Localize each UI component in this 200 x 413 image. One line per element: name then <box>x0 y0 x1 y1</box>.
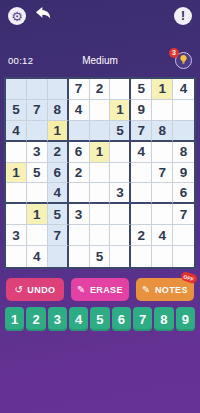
back-button[interactable] <box>34 6 52 26</box>
cell-r9c1[interactable] <box>6 246 27 267</box>
cell-r5c5[interactable] <box>90 163 111 184</box>
cell-r5c9[interactable]: 9 <box>173 163 194 184</box>
alert-button[interactable]: ! <box>174 7 192 25</box>
cell-r2c1[interactable]: 5 <box>6 100 27 121</box>
cell-r7c7[interactable] <box>131 204 152 225</box>
cell-r4c4[interactable]: 6 <box>69 142 90 163</box>
numpad-button-7[interactable]: 7 <box>133 307 152 331</box>
cell-r4c6[interactable] <box>110 142 131 163</box>
cell-r1c2[interactable] <box>27 79 48 100</box>
numpad-button-2[interactable]: 2 <box>26 307 45 331</box>
cell-r6c5[interactable] <box>90 183 111 204</box>
settings-button[interactable]: ⚙ <box>8 7 26 25</box>
cell-r4c8[interactable] <box>152 142 173 163</box>
cell-r7c2[interactable]: 1 <box>27 204 48 225</box>
cell-r5c4[interactable]: 2 <box>69 163 90 184</box>
status-bar: 00:12 Medium 3 <box>0 51 200 69</box>
cell-r3c6[interactable]: 5 <box>110 121 131 142</box>
undo-button[interactable]: ↺ UNDO <box>6 278 64 301</box>
cell-r6c2[interactable] <box>27 183 48 204</box>
cell-r6c8[interactable] <box>152 183 173 204</box>
cell-r7c4[interactable]: 3 <box>69 204 90 225</box>
cell-r1c1[interactable] <box>6 79 27 100</box>
cell-r9c9[interactable] <box>173 246 194 267</box>
cell-r2c9[interactable] <box>173 100 194 121</box>
number-pad: 123456789 <box>0 307 200 331</box>
cell-r3c1[interactable]: 4 <box>6 121 27 142</box>
action-buttons-row: ↺ UNDO ✎ ERASE ✎ NOTES OFF <box>0 278 200 301</box>
undo-label: UNDO <box>27 285 55 295</box>
cell-r7c1[interactable] <box>6 204 27 225</box>
cell-r8c7[interactable]: 2 <box>131 225 152 246</box>
numpad-button-4[interactable]: 4 <box>69 307 88 331</box>
cell-r1c9[interactable]: 4 <box>173 79 194 100</box>
cell-r9c6[interactable] <box>110 246 131 267</box>
exclamation-icon: ! <box>181 10 185 22</box>
cell-r3c5[interactable] <box>90 121 111 142</box>
eraser-pencil-icon: ✎ <box>77 285 86 295</box>
cell-r8c3[interactable]: 7 <box>48 225 69 246</box>
cell-r1c7[interactable]: 5 <box>131 79 152 100</box>
notes-off-badge: OFF <box>180 271 198 284</box>
cell-r3c4[interactable] <box>69 121 90 142</box>
cell-r6c7[interactable] <box>131 183 152 204</box>
erase-label: ERASE <box>90 285 123 295</box>
cell-r6c4[interactable] <box>69 183 90 204</box>
sudoku-app-screen: ⚙ ! 00:12 Medium 3 725145784194157832614… <box>0 0 200 413</box>
numpad-button-8[interactable]: 8 <box>154 307 173 331</box>
cell-r1c4[interactable]: 7 <box>69 79 90 100</box>
cell-r3c3[interactable]: 1 <box>48 121 69 142</box>
cell-r3c7[interactable]: 7 <box>131 121 152 142</box>
cell-r6c3[interactable]: 4 <box>48 183 69 204</box>
cell-r7c6[interactable] <box>110 204 131 225</box>
cell-r8c4[interactable] <box>69 225 90 246</box>
lightbulb-icon <box>178 51 189 69</box>
cell-r9c5[interactable]: 5 <box>90 246 111 267</box>
cell-r3c2[interactable] <box>27 121 48 142</box>
cell-r1c8[interactable]: 1 <box>152 79 173 100</box>
hint-count-badge: 3 <box>169 48 179 58</box>
cell-r5c7[interactable] <box>131 163 152 184</box>
cell-r7c9[interactable]: 7 <box>173 204 194 225</box>
numpad-button-9[interactable]: 9 <box>176 307 195 331</box>
numpad-button-5[interactable]: 5 <box>90 307 109 331</box>
cell-r2c7[interactable]: 9 <box>131 100 152 121</box>
cell-r2c2[interactable]: 7 <box>27 100 48 121</box>
cell-r7c3[interactable]: 5 <box>48 204 69 225</box>
cell-r9c2[interactable]: 4 <box>27 246 48 267</box>
cell-r5c2[interactable]: 5 <box>27 163 48 184</box>
cell-r8c5[interactable] <box>90 225 111 246</box>
cell-r8c1[interactable]: 3 <box>6 225 27 246</box>
cell-r1c6[interactable] <box>110 79 131 100</box>
notes-pencil-icon: ✎ <box>142 285 151 295</box>
cell-r4c9[interactable]: 8 <box>173 142 194 163</box>
cell-r8c8[interactable]: 4 <box>152 225 173 246</box>
cell-r4c2[interactable]: 3 <box>27 142 48 163</box>
cell-r6c6[interactable]: 3 <box>110 183 131 204</box>
cell-r1c5[interactable]: 2 <box>90 79 111 100</box>
cell-r8c6[interactable] <box>110 225 131 246</box>
erase-button[interactable]: ✎ ERASE <box>71 278 129 301</box>
undo-circular-arrow-icon: ↺ <box>15 285 24 295</box>
cell-r8c9[interactable] <box>173 225 194 246</box>
notes-button[interactable]: ✎ NOTES OFF <box>136 278 194 301</box>
cell-r8c2[interactable] <box>27 225 48 246</box>
cell-r5c3[interactable]: 6 <box>48 163 69 184</box>
cell-r7c5[interactable] <box>90 204 111 225</box>
cell-r9c4[interactable] <box>69 246 90 267</box>
cell-r4c7[interactable]: 4 <box>131 142 152 163</box>
cell-r2c6[interactable]: 1 <box>110 100 131 121</box>
cell-r5c1[interactable]: 1 <box>6 163 27 184</box>
cell-r4c1[interactable] <box>6 142 27 163</box>
cell-r6c9[interactable]: 6 <box>173 183 194 204</box>
cell-r3c8[interactable]: 8 <box>152 121 173 142</box>
cell-r4c3[interactable]: 2 <box>48 142 69 163</box>
cell-r5c6[interactable] <box>110 163 131 184</box>
cell-r7c8[interactable] <box>152 204 173 225</box>
back-arrow-icon <box>34 6 52 26</box>
cell-r3c9[interactable] <box>173 121 194 142</box>
numpad-button-1[interactable]: 1 <box>5 307 24 331</box>
cell-r2c3[interactable]: 8 <box>48 100 69 121</box>
cell-r2c8[interactable] <box>152 100 173 121</box>
numpad-button-6[interactable]: 6 <box>112 307 131 331</box>
sudoku-board: 7251457841941578326148156279436153737244… <box>4 77 196 269</box>
cell-r9c7[interactable] <box>131 246 152 267</box>
numpad-button-3[interactable]: 3 <box>48 307 67 331</box>
notes-label: NOTES <box>155 285 188 295</box>
hint-button[interactable]: 3 <box>175 52 192 69</box>
cell-r1c3[interactable] <box>48 79 69 100</box>
cell-r2c5[interactable] <box>90 100 111 121</box>
cell-r9c3[interactable] <box>48 246 69 267</box>
gear-icon: ⚙ <box>11 10 23 23</box>
cell-r5c8[interactable]: 7 <box>152 163 173 184</box>
cell-r6c1[interactable] <box>6 183 27 204</box>
cell-r4c5[interactable]: 1 <box>90 142 111 163</box>
cell-r9c8[interactable] <box>152 246 173 267</box>
top-bar: ⚙ ! <box>0 0 200 25</box>
cell-r2c4[interactable]: 4 <box>69 100 90 121</box>
